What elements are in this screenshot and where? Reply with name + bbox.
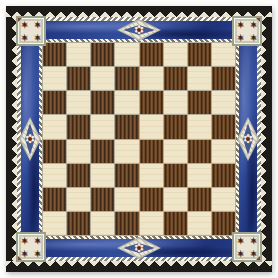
- square-r5c4[interactable]: [115, 140, 138, 163]
- square-r6c5[interactable]: [140, 164, 163, 187]
- square-r3c3[interactable]: [91, 91, 114, 114]
- square-r6c6[interactable]: [164, 164, 187, 187]
- square-r5c1[interactable]: [43, 140, 66, 163]
- star-icon: ✶: [249, 249, 257, 259]
- square-r5c6[interactable]: [164, 140, 187, 163]
- square-r2c3[interactable]: [91, 67, 114, 90]
- star-icon: ✶: [33, 20, 41, 30]
- square-r1c1[interactable]: [43, 43, 66, 66]
- square-r4c1[interactable]: [43, 115, 66, 138]
- square-r1c6[interactable]: [164, 43, 187, 66]
- board-grid: [43, 43, 235, 235]
- corner-rosette-top-right: ✶✶✶✶: [232, 16, 262, 46]
- square-r3c2[interactable]: [67, 91, 90, 114]
- square-r4c6[interactable]: [164, 115, 187, 138]
- square-r5c3[interactable]: [91, 140, 114, 163]
- square-r7c7[interactable]: [188, 188, 211, 211]
- square-r4c7[interactable]: [188, 115, 211, 138]
- square-r4c2[interactable]: [67, 115, 90, 138]
- star-icon: ✶: [249, 33, 257, 43]
- square-r6c4[interactable]: [115, 164, 138, 187]
- star-icon: ✶: [20, 249, 28, 259]
- square-r2c4[interactable]: [115, 67, 138, 90]
- square-r4c5[interactable]: [140, 115, 163, 138]
- star-icon: ✶: [20, 33, 28, 43]
- square-r5c2[interactable]: [67, 140, 90, 163]
- square-r2c5[interactable]: [140, 67, 163, 90]
- square-r2c2[interactable]: [67, 67, 90, 90]
- square-r7c1[interactable]: [43, 188, 66, 211]
- square-r8c1[interactable]: [43, 212, 66, 235]
- square-r2c8[interactable]: [212, 67, 235, 90]
- square-r8c4[interactable]: [115, 212, 138, 235]
- square-r3c6[interactable]: [164, 91, 187, 114]
- corner-rosette-bottom-left: ✶✶✶✶: [16, 232, 46, 262]
- sawtooth-border-right: [261, 17, 272, 261]
- star-icon: ✶: [249, 20, 257, 30]
- square-r5c5[interactable]: [140, 140, 163, 163]
- square-r5c8[interactable]: [212, 140, 235, 163]
- square-r8c5[interactable]: [140, 212, 163, 235]
- square-r7c3[interactable]: [91, 188, 114, 211]
- corner-rosette-top-left: ✶✶✶✶: [16, 16, 46, 46]
- star-icon: ✶: [20, 20, 28, 30]
- sawtooth-border-bottom: [6, 261, 272, 272]
- square-r7c5[interactable]: [140, 188, 163, 211]
- sawtooth-border-left: [6, 17, 17, 261]
- square-r8c7[interactable]: [188, 212, 211, 235]
- square-r8c3[interactable]: [91, 212, 114, 235]
- square-r4c4[interactable]: [115, 115, 138, 138]
- star-icon: ✶: [33, 249, 41, 259]
- star-icon: ✶: [236, 20, 244, 30]
- corner-rosette-bottom-right: ✶✶✶✶: [232, 232, 262, 262]
- square-r6c8[interactable]: [212, 164, 235, 187]
- square-r3c4[interactable]: [115, 91, 138, 114]
- square-r7c4[interactable]: [115, 188, 138, 211]
- star-icon: ✶: [20, 236, 28, 246]
- square-r7c2[interactable]: [67, 188, 90, 211]
- star-icon: ✶: [249, 236, 257, 246]
- square-r3c5[interactable]: [140, 91, 163, 114]
- square-r6c2[interactable]: [67, 164, 90, 187]
- star-icon: ✶: [236, 33, 244, 43]
- star-icon: ✶: [33, 236, 41, 246]
- square-r7c6[interactable]: [164, 188, 187, 211]
- square-r7c8[interactable]: [212, 188, 235, 211]
- square-r1c8[interactable]: [212, 43, 235, 66]
- square-r1c5[interactable]: [140, 43, 163, 66]
- square-r4c3[interactable]: [91, 115, 114, 138]
- square-r1c4[interactable]: [115, 43, 138, 66]
- star-icon: ✶: [236, 236, 244, 246]
- square-r8c6[interactable]: [164, 212, 187, 235]
- square-r4c8[interactable]: [212, 115, 235, 138]
- square-r6c1[interactable]: [43, 164, 66, 187]
- square-r6c7[interactable]: [188, 164, 211, 187]
- square-r6c3[interactable]: [91, 164, 114, 187]
- chessboard-photo: ✶✶✶✶ ✶✶✶✶ ✶✶✶✶ ✶✶✶✶ ✽ ✽ ✽ ✽: [0, 0, 278, 278]
- star-icon: ✶: [236, 249, 244, 259]
- square-r1c7[interactable]: [188, 43, 211, 66]
- decorative-chessboard: ✶✶✶✶ ✶✶✶✶ ✶✶✶✶ ✶✶✶✶ ✽ ✽ ✽ ✽: [6, 6, 272, 272]
- square-r3c1[interactable]: [43, 91, 66, 114]
- square-r2c6[interactable]: [164, 67, 187, 90]
- square-r3c7[interactable]: [188, 91, 211, 114]
- square-r3c8[interactable]: [212, 91, 235, 114]
- square-r1c3[interactable]: [91, 43, 114, 66]
- square-r5c7[interactable]: [188, 140, 211, 163]
- square-r1c2[interactable]: [67, 43, 90, 66]
- square-r2c7[interactable]: [188, 67, 211, 90]
- square-r8c2[interactable]: [67, 212, 90, 235]
- star-icon: ✶: [33, 33, 41, 43]
- square-r2c1[interactable]: [43, 67, 66, 90]
